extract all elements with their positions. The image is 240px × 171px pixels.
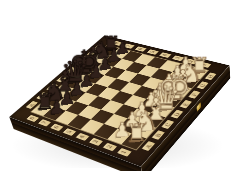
photo-canvas: ABCDEFGH ABCDEFGH 87654321 87654321 ♜♞♝♛…: [0, 0, 240, 171]
rank-label-8: 8: [23, 113, 41, 123]
rank-label-2: 2: [100, 141, 120, 152]
rank-label-7: 7: [35, 118, 53, 128]
square-a4[interactable]: [81, 119, 105, 134]
piece-black-pawn-a7[interactable]: ♟: [39, 71, 74, 114]
square-a5[interactable]: [68, 115, 91, 129]
rank-label-3: 3: [86, 136, 106, 147]
brass-clasp-icon: [196, 102, 201, 112]
rank-label-5: 5: [60, 127, 79, 138]
rank-label-4: 4: [73, 131, 92, 142]
square-b5[interactable]: [78, 105, 101, 119]
rank-label-1: 1: [114, 146, 135, 158]
rank-label-6: 6: [47, 122, 66, 132]
piece-white-rook-a1[interactable]: ♜: [117, 95, 155, 142]
